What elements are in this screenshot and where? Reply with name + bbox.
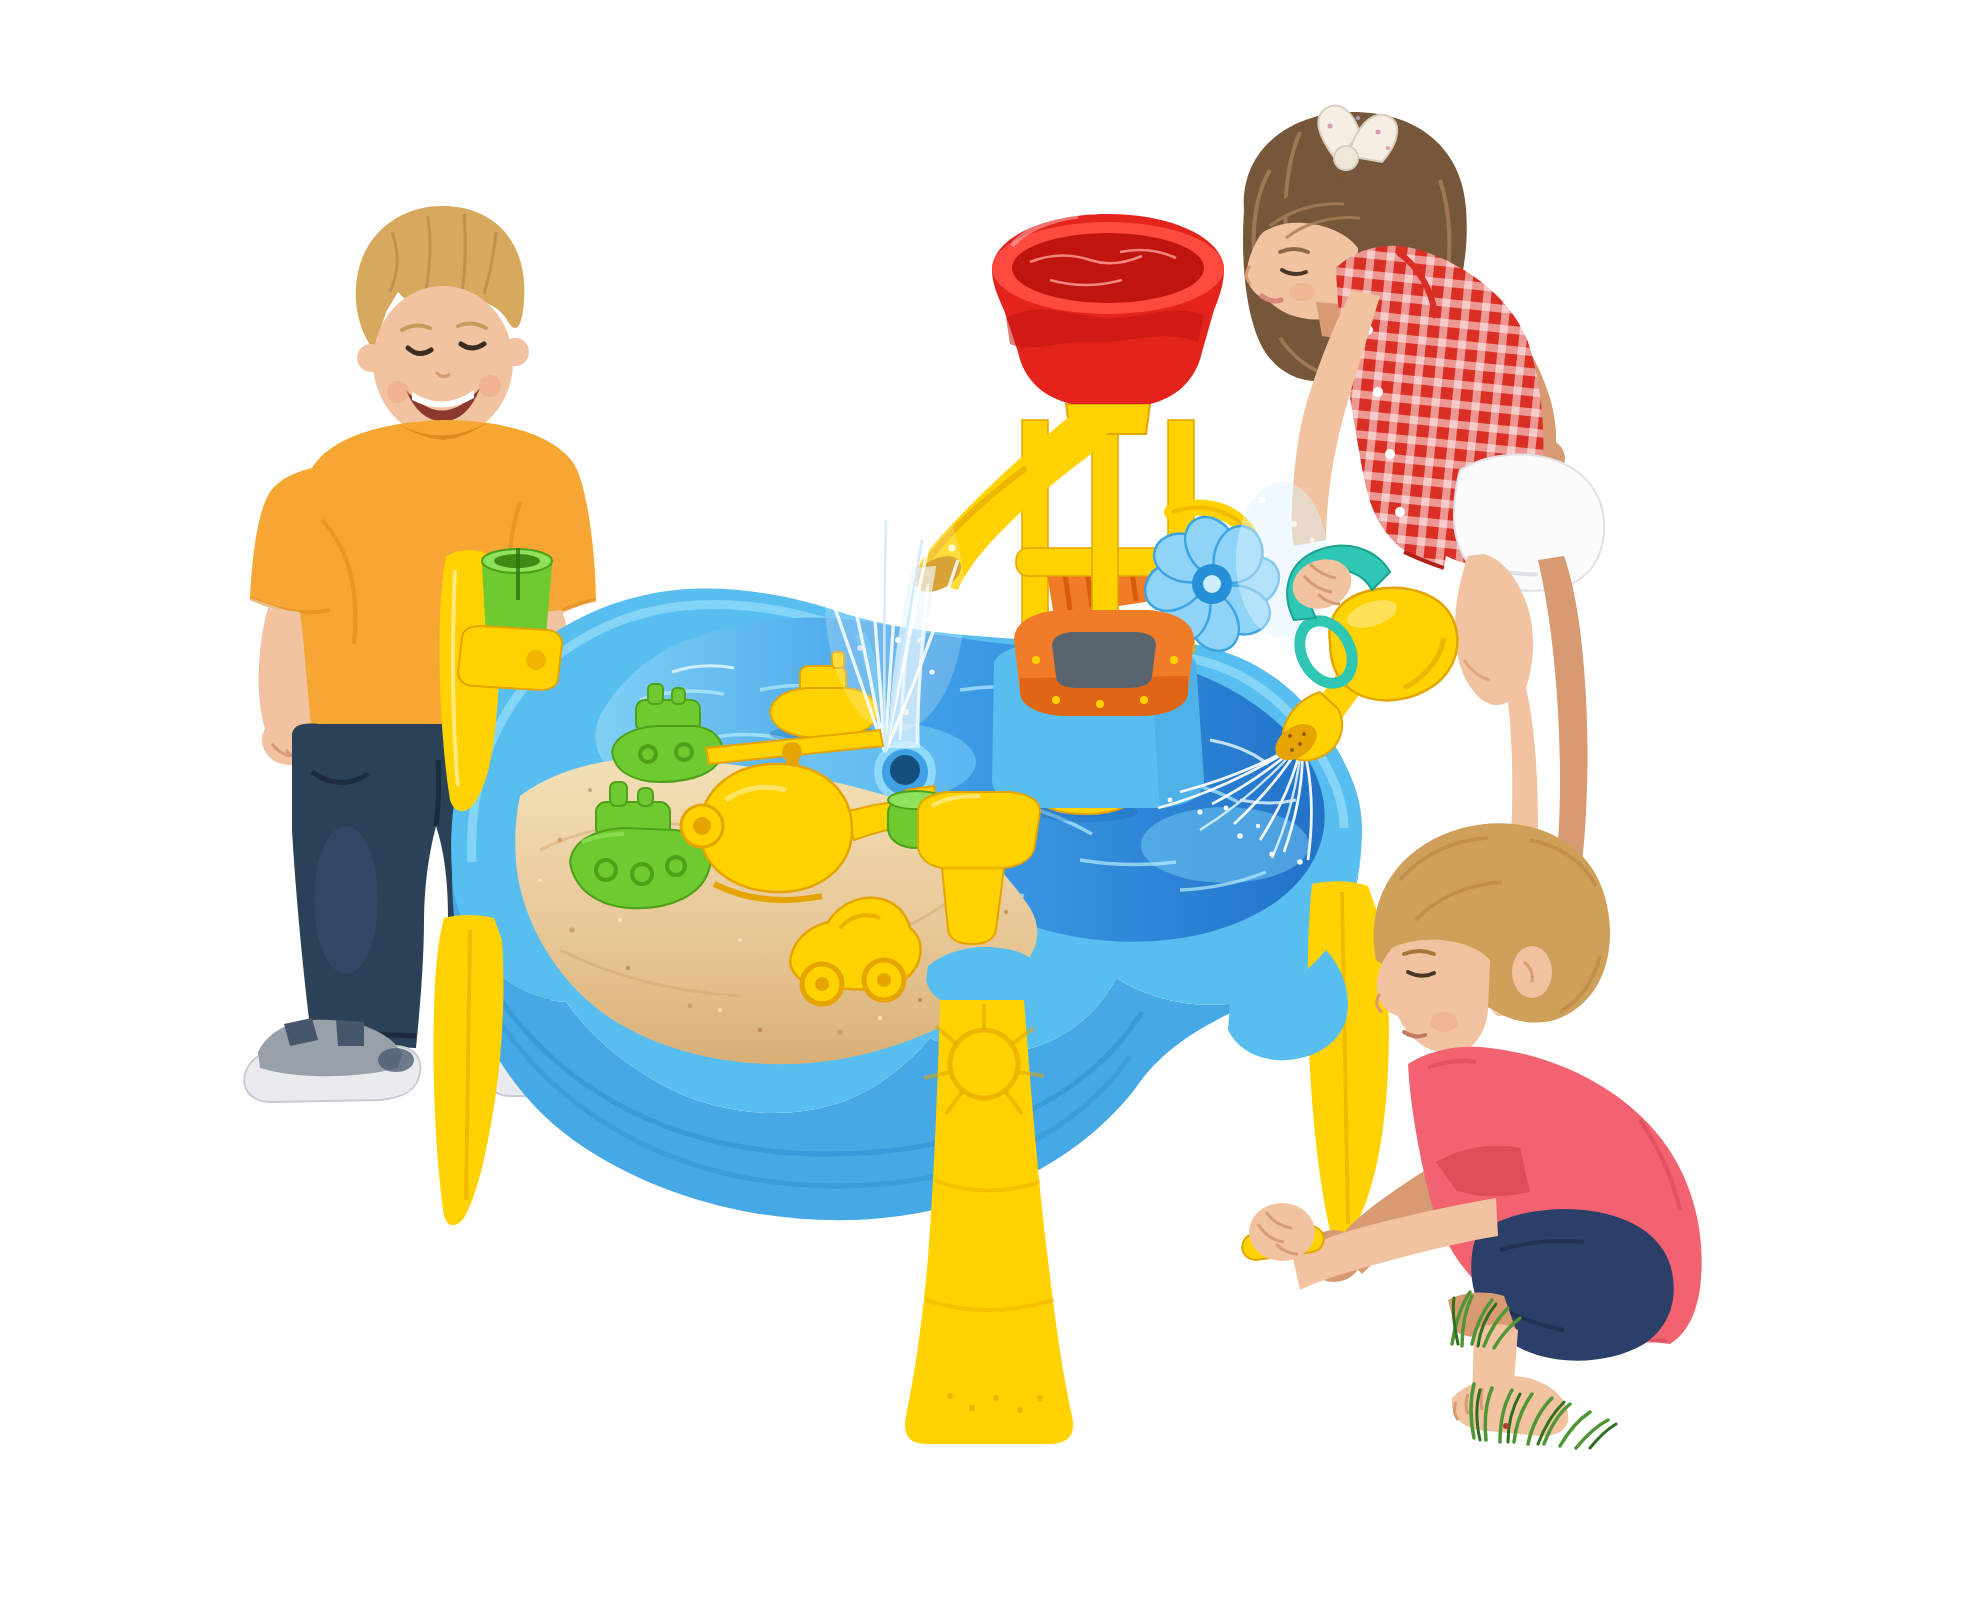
girl-leg-back <box>1538 556 1587 880</box>
tower-collar-orange <box>1014 610 1194 716</box>
boy2-blush <box>1430 1012 1458 1032</box>
girl-button-4 <box>1395 507 1405 517</box>
boy1-jeans-wash-left <box>314 826 378 974</box>
tower-bucket-red <box>992 214 1224 434</box>
sand-water-play-table <box>433 214 1388 1444</box>
table-leg-front-left <box>433 915 503 1225</box>
boy1-blush-left <box>387 381 409 403</box>
boy2-hand-near <box>1249 1203 1315 1261</box>
girl-blush <box>1289 283 1315 301</box>
product-photo-canvas <box>0 0 1961 1600</box>
scene-svg <box>0 0 1961 1600</box>
girl-button-3 <box>1385 449 1395 459</box>
boy2-face <box>1377 940 1490 1054</box>
girl-button-2 <box>1373 387 1383 397</box>
water-glow-spray <box>1141 807 1309 883</box>
boy1-blush-right <box>479 375 501 397</box>
